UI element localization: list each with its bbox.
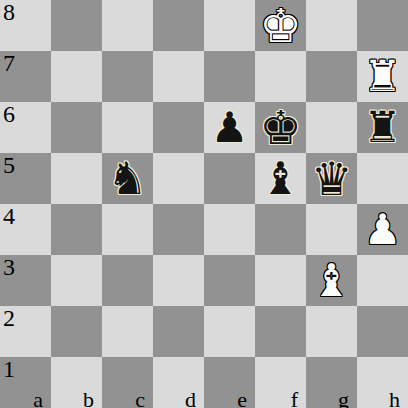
file-label-c: c — [135, 391, 145, 408]
file-label-e: e — [237, 391, 247, 408]
square-f3[interactable] — [255, 255, 306, 306]
white-rook-h7[interactable]: ♜ — [357, 51, 408, 102]
square-d2[interactable] — [153, 306, 204, 357]
square-g5[interactable]: ♛ — [306, 153, 357, 204]
square-a4[interactable]: 4 — [0, 204, 51, 255]
square-b7[interactable] — [51, 51, 102, 102]
square-e5[interactable] — [204, 153, 255, 204]
square-h5[interactable] — [357, 153, 408, 204]
square-d7[interactable] — [153, 51, 204, 102]
square-b6[interactable] — [51, 102, 102, 153]
square-h6[interactable]: ♜ — [357, 102, 408, 153]
square-b2[interactable] — [51, 306, 102, 357]
square-a3[interactable]: 3 — [0, 255, 51, 306]
square-e6[interactable]: ♟ — [204, 102, 255, 153]
file-label-g: g — [338, 391, 349, 408]
rank-label-1: 1 — [3, 357, 15, 381]
square-a8[interactable]: 8 — [0, 0, 51, 51]
file-label-f: f — [291, 391, 298, 408]
square-d8[interactable] — [153, 0, 204, 51]
square-c5[interactable]: ♞ — [102, 153, 153, 204]
square-f1[interactable]: f — [255, 357, 306, 408]
square-e7[interactable] — [204, 51, 255, 102]
square-a6[interactable]: 6 — [0, 102, 51, 153]
rank-label-4: 4 — [3, 204, 15, 228]
rank-label-7: 7 — [3, 51, 15, 75]
square-g3[interactable]: ♝ — [306, 255, 357, 306]
square-f5[interactable]: ♝ — [255, 153, 306, 204]
square-b3[interactable] — [51, 255, 102, 306]
square-h8[interactable] — [357, 0, 408, 51]
square-f7[interactable] — [255, 51, 306, 102]
square-a5[interactable]: 5 — [0, 153, 51, 204]
square-g8[interactable] — [306, 0, 357, 51]
square-a1[interactable]: 1a — [0, 357, 51, 408]
white-king-f8[interactable]: ♚ — [255, 0, 306, 51]
square-b4[interactable] — [51, 204, 102, 255]
square-c1[interactable]: c — [102, 357, 153, 408]
rank-label-2: 2 — [3, 306, 15, 330]
square-e2[interactable] — [204, 306, 255, 357]
white-pawn-h4[interactable]: ♟ — [357, 204, 408, 255]
square-a7[interactable]: 7 — [0, 51, 51, 102]
white-bishop-g3[interactable]: ♝ — [306, 255, 357, 306]
square-b1[interactable]: b — [51, 357, 102, 408]
square-h2[interactable] — [357, 306, 408, 357]
file-label-h: h — [389, 391, 400, 408]
rank-label-5: 5 — [3, 153, 15, 177]
square-b8[interactable] — [51, 0, 102, 51]
black-knight-c5[interactable]: ♞ — [102, 153, 153, 204]
square-a2[interactable]: 2 — [0, 306, 51, 357]
square-e8[interactable] — [204, 0, 255, 51]
black-queen-g5[interactable]: ♛ — [306, 153, 357, 204]
square-c2[interactable] — [102, 306, 153, 357]
square-f4[interactable] — [255, 204, 306, 255]
file-label-b: b — [83, 391, 94, 408]
square-g1[interactable]: g — [306, 357, 357, 408]
square-c3[interactable] — [102, 255, 153, 306]
square-f8[interactable]: ♚ — [255, 0, 306, 51]
square-h4[interactable]: ♟ — [357, 204, 408, 255]
square-g4[interactable] — [306, 204, 357, 255]
square-e1[interactable]: e — [204, 357, 255, 408]
square-d1[interactable]: d — [153, 357, 204, 408]
rank-label-6: 6 — [3, 102, 15, 126]
black-king-f6[interactable]: ♚ — [255, 102, 306, 153]
square-h3[interactable] — [357, 255, 408, 306]
file-label-a: a — [33, 391, 43, 408]
square-g2[interactable] — [306, 306, 357, 357]
square-d3[interactable] — [153, 255, 204, 306]
square-f2[interactable] — [255, 306, 306, 357]
square-e4[interactable] — [204, 204, 255, 255]
square-d4[interactable] — [153, 204, 204, 255]
file-label-d: d — [185, 391, 196, 408]
square-d5[interactable] — [153, 153, 204, 204]
square-g7[interactable] — [306, 51, 357, 102]
square-d6[interactable] — [153, 102, 204, 153]
square-c7[interactable] — [102, 51, 153, 102]
square-f6[interactable]: ♚ — [255, 102, 306, 153]
square-h7[interactable]: ♜ — [357, 51, 408, 102]
black-rook-h6[interactable]: ♜ — [357, 102, 408, 153]
black-pawn-e6[interactable]: ♟ — [204, 102, 255, 153]
square-g6[interactable] — [306, 102, 357, 153]
square-b5[interactable] — [51, 153, 102, 204]
square-h1[interactable]: h — [357, 357, 408, 408]
square-e3[interactable] — [204, 255, 255, 306]
rank-label-8: 8 — [3, 0, 15, 24]
chess-board: 8♚7♜6♟♚♜5♞♝♛4♟3♝21abcdefgh — [0, 0, 408, 408]
square-c6[interactable] — [102, 102, 153, 153]
square-c4[interactable] — [102, 204, 153, 255]
square-c8[interactable] — [102, 0, 153, 51]
rank-label-3: 3 — [3, 255, 15, 279]
black-bishop-f5[interactable]: ♝ — [255, 153, 306, 204]
